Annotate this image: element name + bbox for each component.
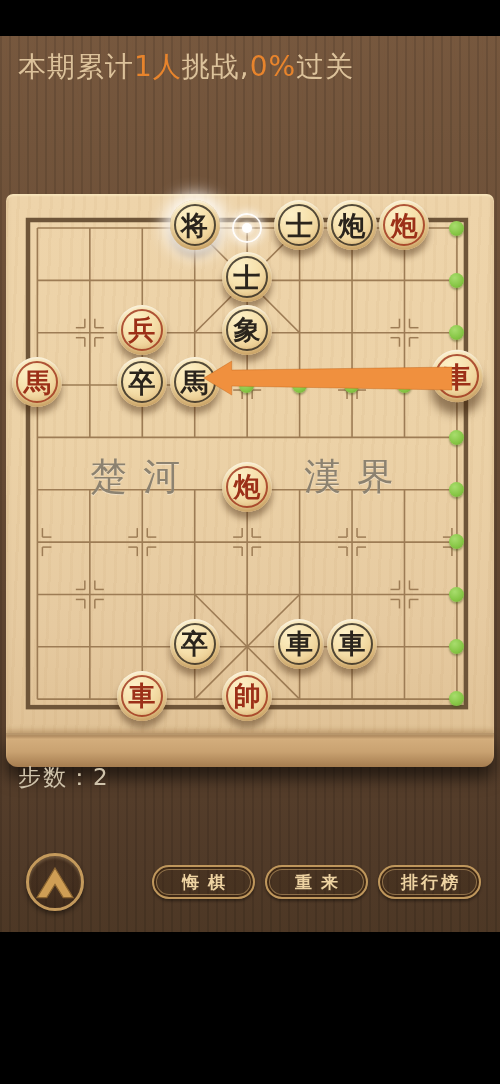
piece-black-advisor-b[interactable]: 士 (222, 252, 272, 302)
app-screen: 本期累计1人挑战,0%过关 楚河 漢界 将士炮炮士兵象馬卒馬車炮卒車車車帥 步数… (0, 0, 500, 1084)
legal-move-dot[interactable] (449, 534, 464, 549)
step-counter: 步数：2 (18, 762, 110, 793)
legal-move-dot[interactable] (239, 378, 254, 393)
piece-black-pawn-b[interactable]: 卒 (170, 619, 220, 669)
legal-move-dot[interactable] (397, 378, 412, 393)
header-segment: 1人 (134, 50, 182, 83)
header-segment: 挑战, (182, 50, 250, 83)
piece-black-horse[interactable]: 馬 (170, 357, 220, 407)
header-segment: 本期累计 (18, 50, 134, 83)
piece-red-chariot-a[interactable]: 車 (431, 350, 484, 403)
piece-grid: 将士炮炮士兵象馬卒馬車炮卒車車車帥 (11, 202, 483, 725)
legal-move-dot[interactable] (449, 587, 464, 602)
xiangqi-board[interactable]: 楚河 漢界 将士炮炮士兵象馬卒馬車炮卒車車車帥 (6, 194, 494, 733)
expand-button[interactable] (26, 853, 84, 911)
piece-black-chariot-b[interactable]: 車 (327, 619, 377, 669)
piece-black-cannon[interactable]: 炮 (327, 200, 377, 250)
challenge-stats-text: 本期累计1人挑战,0%过关 (18, 48, 354, 86)
header-segment: 过关 (296, 50, 354, 83)
legal-move-dot[interactable] (449, 221, 464, 236)
leaderboard-button[interactable]: 排行榜 (378, 865, 481, 899)
legal-move-dot[interactable] (449, 325, 464, 340)
legal-move-dot[interactable] (449, 273, 464, 288)
piece-black-elephant[interactable]: 象 (222, 305, 272, 355)
chevron-up-icon (32, 863, 78, 901)
restart-button[interactable]: 重来 (265, 865, 368, 899)
legal-move-dot[interactable] (344, 378, 359, 393)
piece-red-chariot-b[interactable]: 車 (117, 671, 167, 721)
piece-red-cannon-b[interactable]: 炮 (222, 462, 272, 512)
piece-red-pawn[interactable]: 兵 (117, 305, 167, 355)
legal-move-dot[interactable] (449, 430, 464, 445)
last-move-origin-marker (232, 213, 262, 243)
status-bar (0, 0, 500, 36)
piece-black-general[interactable]: 将 (170, 200, 220, 250)
legal-move-dot[interactable] (292, 378, 307, 393)
header-segment: 0% (250, 50, 296, 83)
piece-red-general[interactable]: 帥 (222, 671, 272, 721)
legal-move-dot[interactable] (449, 639, 464, 654)
undo-move-button[interactable]: 悔棋 (152, 865, 255, 899)
legal-move-dot[interactable] (449, 482, 464, 497)
piece-red-horse[interactable]: 馬 (12, 357, 62, 407)
piece-black-advisor-a[interactable]: 士 (274, 200, 324, 250)
piece-black-pawn-a[interactable]: 卒 (117, 357, 167, 407)
android-nav-bar: Bai du 经验 jingyan.baidu.com (0, 932, 500, 1084)
legal-move-dot[interactable] (449, 691, 464, 706)
piece-red-cannon-a[interactable]: 炮 (379, 200, 429, 250)
piece-black-chariot-a[interactable]: 車 (274, 619, 324, 669)
